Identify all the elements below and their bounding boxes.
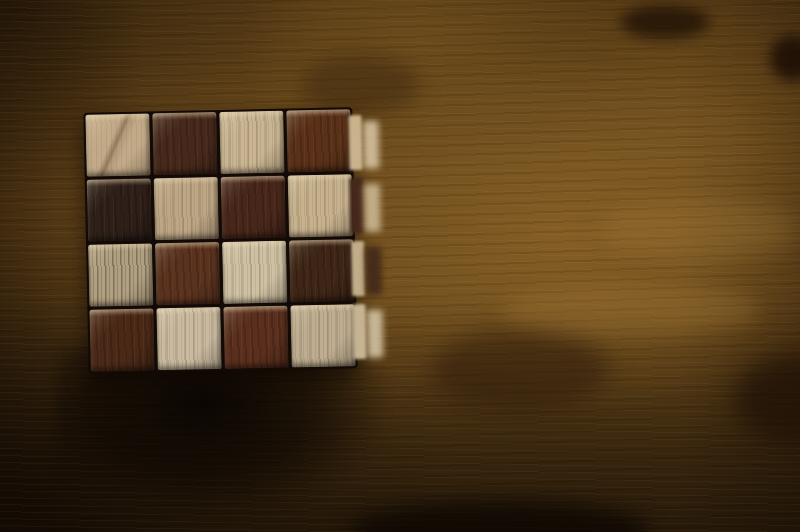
cube-block-r1c1-light [85,113,150,176]
cube-block-r1c4-dark [286,109,351,172]
cube-block-r4c2-light [156,307,221,370]
cube-block-r2c4-light [288,174,353,237]
cube-block-r3c3-light [222,241,287,304]
cube-block-r1c3-light [219,111,284,174]
cube-block-r3c2-dark [155,242,220,305]
cube-block-r3c4-dark [289,239,354,302]
cube-block-r2c2-light [154,177,219,240]
cube-side-block-r4-far [366,310,383,358]
puzzle-cube [83,107,357,374]
cube-block-r4c1-dark [89,308,154,371]
cube-block-r2c3-dark [221,176,286,239]
cube-side-block-r3-far [365,247,382,295]
cube-block-r4c3-dark [223,306,288,369]
cube-side-block-r4-near [352,304,366,359]
wood-knot [620,5,710,39]
wood-dark-smudge [430,330,610,410]
cube-side-block-r1-near [348,115,362,170]
cube-front-face [83,107,357,374]
photo-frame [0,0,800,532]
cube-side-block-r2-far [364,184,381,232]
cube-side-block-r1-far [363,121,380,169]
wood-dark-smudge [300,55,420,115]
cube-side-face [348,110,395,361]
wood-light-streak [500,285,760,335]
cube-side-block-r3-near [351,241,365,296]
cube-block-r4c4-light [290,304,355,367]
cube-side-block-r2-near [350,178,364,233]
cube-block-r1c2-dark [152,112,217,175]
cube-block-r3c1-light [88,243,153,306]
wood-light-streak [600,200,800,260]
cube-block-r2c1-dark [87,178,152,241]
